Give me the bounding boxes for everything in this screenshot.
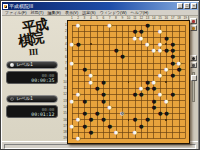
white-stone-icon — [10, 63, 14, 67]
menu-item[interactable]: 表示(V) — [65, 11, 78, 15]
menu-item[interactable]: ファイル(F) — [5, 11, 26, 15]
title-bar[interactable]: 平成棋院III _ □ × — [2, 2, 198, 10]
star-point — [128, 119, 130, 121]
maximize-button[interactable]: □ — [184, 3, 190, 9]
star-point — [165, 119, 167, 121]
minimize-button[interactable]: _ — [177, 3, 183, 9]
window-title: 平成棋院III — [9, 4, 176, 9]
app-logo: 平成 棋院 III — [1, 19, 64, 59]
zoom-slider[interactable] — [192, 72, 195, 102]
board-intersection[interactable] — [182, 135, 188, 141]
white-player-level: レベル1 — [16, 63, 32, 68]
go-grid: ●●●●●●●●●●●●●●●●●●●●●●●●●●●●●●●●●●●●●●●●… — [69, 22, 189, 142]
app-icon — [3, 4, 8, 9]
menu-item[interactable]: 対局(T) — [30, 11, 43, 15]
star-point — [128, 43, 130, 45]
zoom-slider-thumb[interactable] — [191, 75, 197, 81]
record-button[interactable] — [190, 18, 197, 24]
app-window: 平成棋院III _ □ × ファイル(F)対局(T)編集(E)表示(V)設定(S… — [0, 0, 200, 150]
black-player-clock: 00:00 00:01:12 — [6, 105, 58, 118]
menu-item[interactable]: 編集(E) — [48, 11, 61, 15]
black-player-button[interactable]: レベル1 — [6, 95, 58, 103]
star-point — [165, 81, 167, 83]
black-stone-icon — [10, 97, 14, 101]
star-point — [90, 43, 92, 45]
black-clock-total-time: 00:01:12 — [10, 112, 54, 118]
white-clock-total-time: 00:00:35 — [10, 78, 54, 84]
board-icon — [192, 27, 195, 30]
marker-icon — [192, 64, 195, 67]
go-board: ●●●●●●●●●●●●●●●●●●●●●●●●●●●●●●●●●●●●●●●●… — [67, 20, 191, 144]
board-setup-button[interactable] — [190, 25, 197, 31]
menu-item[interactable]: ウィンドウ(W) — [100, 11, 127, 15]
status-message-area — [4, 144, 196, 149]
white-player-clock: 00:00 00:00:35 — [6, 71, 58, 84]
white-player-button[interactable]: レベル1 — [6, 61, 58, 69]
stone-icon — [192, 57, 195, 60]
black-player-level: レベル1 — [16, 97, 32, 102]
star-point — [128, 81, 130, 83]
sidebar-panel: 平成 棋院 III レベル1 00:00 00:00:35 レベル1 00:00… — [2, 16, 63, 141]
marker-tool-button[interactable] — [190, 62, 197, 68]
main-content: 平成 棋院 III レベル1 00:00 00:00:35 レベル1 00:00… — [2, 16, 198, 141]
board-area: 12345678910111213141516171819 1234567891… — [63, 16, 188, 141]
close-button[interactable]: × — [191, 3, 197, 9]
menu-item[interactable]: 設定(S) — [82, 11, 95, 15]
menu-item[interactable]: ヘルプ(H) — [131, 11, 149, 15]
last-move-marker — [121, 112, 124, 115]
stone-tool-button[interactable] — [190, 55, 197, 61]
record-icon — [192, 20, 195, 23]
